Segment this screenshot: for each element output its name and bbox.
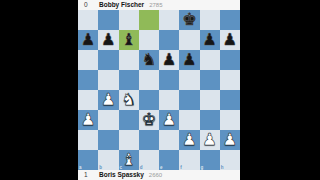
square-a7[interactable]: ♟: [78, 30, 98, 50]
square-c4[interactable]: ♞: [119, 90, 139, 110]
bottom-player-score: 1: [84, 170, 93, 180]
piece-black-pawn-b7[interactable]: ♟: [98, 30, 118, 50]
game-panel: 0 Bobby Fischer 2785 ♚♟♟♝♟♟♞♟♟♟♞♟♚♟♟♟♟ab…: [78, 0, 240, 180]
square-g3[interactable]: [200, 110, 220, 130]
file-label-b: b: [99, 165, 102, 170]
top-player-bar: 0 Bobby Fischer 2785: [78, 0, 240, 10]
square-b3[interactable]: [98, 110, 118, 130]
square-a1[interactable]: a: [78, 150, 98, 170]
square-f8[interactable]: ♚: [179, 10, 199, 30]
square-e4[interactable]: [159, 90, 179, 110]
square-d3[interactable]: ♚: [139, 110, 159, 130]
file-label-f: f: [180, 165, 182, 170]
square-d5[interactable]: [139, 70, 159, 90]
square-g6[interactable]: [200, 50, 220, 70]
piece-black-bishop-c7[interactable]: ♝: [119, 30, 139, 50]
file-label-d: d: [140, 165, 143, 170]
piece-black-pawn-g7[interactable]: ♟: [200, 30, 220, 50]
square-b2[interactable]: [98, 130, 118, 150]
square-c7[interactable]: ♝: [119, 30, 139, 50]
file-label-a: a: [79, 165, 82, 170]
square-g1[interactable]: g: [200, 150, 220, 170]
square-e7[interactable]: [159, 30, 179, 50]
piece-black-pawn-f6[interactable]: ♟: [179, 50, 199, 70]
top-player-score: 0: [84, 0, 93, 10]
piece-black-pawn-a7[interactable]: ♟: [78, 30, 98, 50]
square-a4[interactable]: [78, 90, 98, 110]
piece-white-bishop-c1[interactable]: ♝: [119, 150, 139, 170]
square-f3[interactable]: [179, 110, 199, 130]
piece-white-pawn-g2[interactable]: ♟: [200, 130, 220, 150]
square-c1[interactable]: c♝: [119, 150, 139, 170]
square-e2[interactable]: [159, 130, 179, 150]
square-c5[interactable]: [119, 70, 139, 90]
square-e8[interactable]: [159, 10, 179, 30]
piece-black-pawn-e6[interactable]: ♟: [159, 50, 179, 70]
square-d2[interactable]: [139, 130, 159, 150]
bottom-player-bar: 1 Boris Spassky 2660: [78, 170, 240, 180]
square-b6[interactable]: [98, 50, 118, 70]
square-f5[interactable]: [179, 70, 199, 90]
square-f1[interactable]: f: [179, 150, 199, 170]
square-e3[interactable]: ♟: [159, 110, 179, 130]
square-b5[interactable]: [98, 70, 118, 90]
square-h6[interactable]: [220, 50, 240, 70]
square-b1[interactable]: b: [98, 150, 118, 170]
file-label-h: h: [221, 165, 224, 170]
square-h3[interactable]: [220, 110, 240, 130]
top-player-name: Bobby Fischer: [99, 0, 144, 10]
video-frame: 0 Bobby Fischer 2785 ♚♟♟♝♟♟♞♟♟♟♞♟♚♟♟♟♟ab…: [0, 0, 320, 180]
square-e1[interactable]: e: [159, 150, 179, 170]
square-g4[interactable]: [200, 90, 220, 110]
piece-white-knight-c4[interactable]: ♞: [119, 90, 139, 110]
bottom-player-name: Boris Spassky: [99, 170, 144, 180]
square-d7[interactable]: [139, 30, 159, 50]
square-b4[interactable]: ♟: [98, 90, 118, 110]
piece-white-pawn-b4[interactable]: ♟: [98, 90, 118, 110]
square-d4[interactable]: [139, 90, 159, 110]
piece-white-pawn-h2[interactable]: ♟: [220, 130, 240, 150]
square-d1[interactable]: d: [139, 150, 159, 170]
square-a6[interactable]: [78, 50, 98, 70]
square-h1[interactable]: h: [220, 150, 240, 170]
square-c3[interactable]: [119, 110, 139, 130]
square-c8[interactable]: [119, 10, 139, 30]
piece-black-king-f8[interactable]: ♚: [179, 10, 199, 30]
chess-board: ♚♟♟♝♟♟♞♟♟♟♞♟♚♟♟♟♟abc♝defgh: [78, 10, 240, 170]
square-h4[interactable]: [220, 90, 240, 110]
square-e5[interactable]: [159, 70, 179, 90]
square-a3[interactable]: ♟: [78, 110, 98, 130]
square-h8[interactable]: [220, 10, 240, 30]
square-g7[interactable]: ♟: [200, 30, 220, 50]
square-b8[interactable]: [98, 10, 118, 30]
bottom-player-rating: 2660: [149, 170, 162, 180]
square-d6[interactable]: ♞: [139, 50, 159, 70]
piece-black-pawn-h7[interactable]: ♟: [220, 30, 240, 50]
square-c6[interactable]: [119, 50, 139, 70]
top-player-rating: 2785: [149, 0, 162, 10]
square-e6[interactable]: ♟: [159, 50, 179, 70]
square-f7[interactable]: [179, 30, 199, 50]
square-g2[interactable]: ♟: [200, 130, 220, 150]
square-h7[interactable]: ♟: [220, 30, 240, 50]
square-f2[interactable]: ♟: [179, 130, 199, 150]
piece-white-pawn-f2[interactable]: ♟: [179, 130, 199, 150]
square-f4[interactable]: [179, 90, 199, 110]
piece-white-pawn-a3[interactable]: ♟: [78, 110, 98, 130]
square-d8[interactable]: [139, 10, 159, 30]
piece-white-pawn-e3[interactable]: ♟: [159, 110, 179, 130]
square-a2[interactable]: [78, 130, 98, 150]
square-g5[interactable]: [200, 70, 220, 90]
square-g8[interactable]: [200, 10, 220, 30]
square-h5[interactable]: [220, 70, 240, 90]
square-b7[interactable]: ♟: [98, 30, 118, 50]
square-a5[interactable]: [78, 70, 98, 90]
square-f6[interactable]: ♟: [179, 50, 199, 70]
file-label-g: g: [201, 165, 204, 170]
square-a8[interactable]: [78, 10, 98, 30]
piece-black-knight-d6[interactable]: ♞: [139, 50, 159, 70]
file-label-e: e: [160, 165, 163, 170]
square-h2[interactable]: ♟: [220, 130, 240, 150]
piece-white-king-d3[interactable]: ♚: [139, 110, 159, 130]
square-c2[interactable]: [119, 130, 139, 150]
